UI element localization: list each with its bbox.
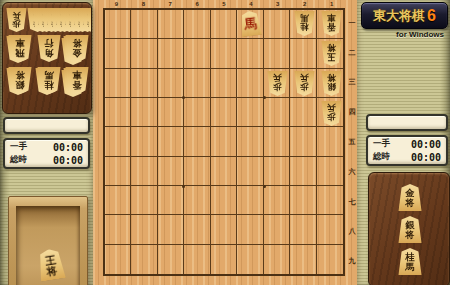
gote-piece-stand: 歩兵歩兵歩兵歩兵歩兵歩兵歩兵歩兵歩兵歩兵歩兵歩兵歩兵歩兵歩兵飛車飛車角行金将金将… [2,2,92,114]
gote-total-time: 00:00 [53,155,83,166]
sente-move-time-label: 一手 [373,138,390,150]
sente-nameplate[interactable] [366,114,448,131]
sente-total-time-label: 総時 [373,151,390,163]
shogi-board: 987654321 一二三四五六七八九 馬桂馬香車玉将歩兵歩兵銀将歩兵 [93,0,357,285]
logo-title: 東大将棋 [373,7,425,25]
gote-move-time-label: 一手 [10,141,27,153]
hand-pawn[interactable]: 歩兵 [6,8,27,32]
piece-box[interactable]: 王将 [8,196,88,285]
sente-total-time: 00:00 [411,152,441,163]
board-piece-1三[interactable]: 銀将 [321,71,342,96]
sente-piece-stand: 金将銀将桂馬 [368,172,450,285]
hoshi-dot [182,96,185,99]
board-piece-2一[interactable]: 桂馬 [294,11,315,36]
sente-move-time: 00:00 [411,139,441,150]
sente-hand-piece[interactable]: 桂馬 [398,248,422,275]
hand-piece[interactable]: 香車 [65,67,89,94]
gote-total-time-label: 総時 [10,154,27,166]
board-piece-4一[interactable]: 馬 [239,10,263,37]
board-piece-1四[interactable]: 歩兵 [321,101,342,126]
sente-hand-piece[interactable]: 金将 [398,184,422,211]
hand-piece[interactable]: 角行 [37,35,61,62]
app-logo: 東大将棋 6 for Windows [361,2,448,38]
gote-clock-panel: 一手00:00 総時00:00 [3,138,90,169]
logo-version: 6 [427,7,436,25]
sente-hand-piece[interactable]: 銀将 [398,216,422,243]
hand-piece[interactable]: 銀将 [8,67,32,94]
hoshi-dot [263,96,266,99]
hoshi-dot [263,185,266,188]
board-piece-1二[interactable]: 玉将 [321,41,342,66]
board-piece-3三[interactable]: 歩兵 [267,71,288,96]
gote-nameplate[interactable] [3,117,90,134]
gote-move-time: 00:00 [53,142,83,153]
board-piece-2三[interactable]: 歩兵 [294,71,315,96]
todai-shogi-window: { "game": "shogi", "app": { "title": "東大… [0,0,450,285]
hand-piece[interactable]: 飛車 [8,35,32,62]
sente-clock-panel: 一手00:00 総時00:00 [366,135,448,166]
logo-plaque: 東大将棋 6 [361,2,448,29]
hand-piece[interactable]: 金将 [65,35,89,62]
logo-subtitle: for Windows [361,30,448,39]
board-piece-1一[interactable]: 香車 [321,11,342,36]
hand-piece[interactable]: 桂馬 [37,67,61,94]
board-pieces-layer: 馬桂馬香車玉将歩兵歩兵銀将歩兵 [93,0,357,285]
